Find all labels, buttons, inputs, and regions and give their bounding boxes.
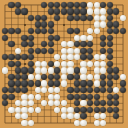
black-stone: [54, 15, 60, 21]
black-stone: [2, 94, 8, 100]
black-stone: [107, 8, 113, 14]
white-stone: [87, 8, 93, 14]
white-stone: [94, 2, 100, 8]
white-stone: [61, 67, 67, 73]
black-stone: [21, 8, 27, 14]
black-stone: [107, 107, 113, 113]
board-intersections: [2, 2, 126, 126]
black-stone: [113, 94, 119, 100]
black-stone: [28, 67, 34, 73]
black-stone: [74, 94, 80, 100]
black-stone: [8, 28, 14, 34]
white-stone: [21, 113, 27, 119]
black-stone: [15, 80, 21, 86]
black-stone: [15, 61, 21, 67]
white-stone: [54, 94, 60, 100]
white-stone: [28, 94, 34, 100]
black-stone: [35, 28, 41, 34]
black-stone: [100, 107, 106, 113]
white-stone: [41, 61, 47, 67]
black-stone: [41, 28, 47, 34]
black-stone: [2, 35, 8, 41]
black-stone: [35, 48, 41, 54]
black-stone: [15, 67, 21, 73]
white-stone: [61, 107, 67, 113]
black-stone: [107, 54, 113, 60]
white-stone: [48, 67, 54, 73]
black-stone: [21, 41, 27, 47]
white-stone: [67, 41, 73, 47]
white-stone: [94, 80, 100, 86]
black-stone: [2, 87, 8, 93]
white-stone: [61, 61, 67, 67]
white-stone: [54, 54, 60, 60]
white-stone: [28, 120, 34, 126]
black-stone: [35, 15, 41, 21]
black-stone: [94, 87, 100, 93]
black-stone: [54, 35, 60, 41]
white-stone: [8, 107, 14, 113]
black-stone: [8, 74, 14, 80]
black-stone: [15, 2, 21, 8]
black-stone: [61, 8, 67, 14]
black-stone: [80, 113, 86, 119]
black-stone: [21, 67, 27, 73]
white-stone: [41, 67, 47, 73]
white-stone: [80, 67, 86, 73]
black-stone: [54, 2, 60, 8]
black-stone: [67, 74, 73, 80]
black-stone: [8, 80, 14, 86]
black-stone: [48, 41, 54, 47]
black-stone: [28, 54, 34, 60]
black-stone: [87, 87, 93, 93]
black-stone: [87, 80, 93, 86]
hoshi-point: [24, 63, 26, 65]
white-stone: [61, 100, 67, 106]
white-stone: [67, 48, 73, 54]
white-stone: [21, 100, 27, 106]
black-stone: [48, 80, 54, 86]
white-stone: [100, 8, 106, 14]
white-stone: [2, 67, 8, 73]
white-stone: [80, 74, 86, 80]
black-stone: [41, 15, 47, 21]
white-stone: [94, 67, 100, 73]
black-stone: [120, 28, 126, 34]
black-stone: [54, 80, 60, 86]
black-stone: [80, 2, 86, 8]
white-stone: [61, 80, 67, 86]
black-stone: [54, 67, 60, 73]
black-stone: [87, 107, 93, 113]
white-stone: [94, 120, 100, 126]
white-stone: [28, 74, 34, 80]
white-stone: [15, 100, 21, 106]
black-stone: [67, 2, 73, 8]
black-stone: [21, 87, 27, 93]
white-stone: [54, 100, 60, 106]
black-stone: [15, 28, 21, 34]
black-stone: [113, 8, 119, 14]
black-stone: [15, 54, 21, 60]
black-stone: [107, 74, 113, 80]
black-stone: [48, 74, 54, 80]
black-stone: [87, 15, 93, 21]
white-stone: [94, 61, 100, 67]
black-stone: [8, 2, 14, 8]
black-stone: [107, 80, 113, 86]
white-stone: [100, 15, 106, 21]
white-stone: [21, 94, 27, 100]
white-stone: [94, 15, 100, 21]
white-stone: [113, 87, 119, 93]
white-stone: [67, 113, 73, 119]
black-stone: [41, 48, 47, 54]
black-stone: [107, 2, 113, 8]
black-stone: [80, 48, 86, 54]
black-stone: [15, 8, 21, 14]
white-stone: [87, 61, 93, 67]
white-stone: [94, 28, 100, 34]
black-stone: [41, 2, 47, 8]
black-stone: [100, 48, 106, 54]
white-stone: [120, 15, 126, 21]
white-stone: [100, 54, 106, 60]
white-stone: [74, 48, 80, 54]
white-stone: [94, 74, 100, 80]
white-stone: [100, 67, 106, 73]
black-stone: [8, 41, 14, 47]
white-stone: [61, 54, 67, 60]
white-stone: [100, 120, 106, 126]
black-stone: [107, 48, 113, 54]
black-stone: [48, 8, 54, 14]
black-stone: [100, 41, 106, 47]
white-stone: [41, 80, 47, 86]
white-stone: [94, 54, 100, 60]
white-stone: [28, 100, 34, 106]
white-stone: [35, 87, 41, 93]
white-stone: [74, 120, 80, 126]
white-stone: [35, 94, 41, 100]
black-stone: [41, 41, 47, 47]
black-stone: [94, 107, 100, 113]
white-stone: [61, 41, 67, 47]
white-stone: [67, 54, 73, 60]
black-stone: [8, 87, 14, 93]
black-stone: [100, 100, 106, 106]
black-stone: [35, 80, 41, 86]
black-stone: [48, 2, 54, 8]
intersection-s1[interactable]: [120, 120, 127, 127]
white-stone: [28, 107, 34, 113]
black-stone: [87, 41, 93, 47]
white-stone: [48, 100, 54, 106]
black-stone: [74, 41, 80, 47]
black-stone: [2, 100, 8, 106]
white-stone: [35, 67, 41, 73]
black-stone: [67, 15, 73, 21]
black-stone: [120, 80, 126, 86]
white-stone: [94, 113, 100, 119]
black-stone: [80, 41, 86, 47]
go-board-screenshot: [0, 0, 128, 128]
black-stone: [100, 35, 106, 41]
black-stone: [107, 15, 113, 21]
black-stone: [100, 87, 106, 93]
black-stone: [28, 35, 34, 41]
black-stone: [113, 28, 119, 34]
black-stone: [74, 67, 80, 73]
white-stone: [61, 48, 67, 54]
white-stone: [35, 74, 41, 80]
black-stone: [113, 113, 119, 119]
black-stone: [113, 107, 119, 113]
black-stone: [100, 2, 106, 8]
black-stone: [67, 87, 73, 93]
white-stone: [74, 35, 80, 41]
white-stone: [94, 21, 100, 27]
black-stone: [80, 80, 86, 86]
white-stone: [54, 87, 60, 93]
white-stone: [61, 74, 67, 80]
black-stone: [28, 80, 34, 86]
white-stone: [67, 107, 73, 113]
black-stone: [67, 8, 73, 14]
white-stone: [100, 61, 106, 67]
black-stone: [74, 28, 80, 34]
black-stone: [107, 35, 113, 41]
black-stone: [74, 2, 80, 8]
black-stone: [113, 67, 119, 73]
white-stone: [48, 94, 54, 100]
black-stone: [48, 35, 54, 41]
black-stone: [2, 54, 8, 60]
black-stone: [15, 87, 21, 93]
white-stone: [94, 8, 100, 14]
black-stone: [67, 94, 73, 100]
black-stone: [74, 8, 80, 14]
white-stone: [100, 113, 106, 119]
black-stone: [87, 94, 93, 100]
black-stone: [61, 2, 67, 8]
black-stone: [74, 80, 80, 86]
black-stone: [80, 8, 86, 14]
black-stone: [48, 61, 54, 67]
black-stone: [80, 15, 86, 21]
black-stone: [21, 35, 27, 41]
black-stone: [48, 28, 54, 34]
black-stone: [107, 94, 113, 100]
black-stone: [107, 100, 113, 106]
white-stone: [80, 35, 86, 41]
go-board: [0, 0, 128, 128]
black-stone: [80, 54, 86, 60]
white-stone: [80, 100, 86, 106]
black-stone: [80, 107, 86, 113]
black-stone: [80, 94, 86, 100]
white-stone: [15, 107, 21, 113]
white-stone: [87, 2, 93, 8]
black-stone: [41, 74, 47, 80]
white-stone: [54, 61, 60, 67]
black-stone: [41, 21, 47, 27]
black-stone: [113, 21, 119, 27]
white-stone: [87, 35, 93, 41]
white-stone: [74, 113, 80, 119]
white-stone: [74, 54, 80, 60]
white-stone: [67, 67, 73, 73]
black-stone: [87, 100, 93, 106]
black-stone: [15, 74, 21, 80]
white-stone: [41, 100, 47, 106]
black-stone: [74, 74, 80, 80]
black-stone: [21, 74, 27, 80]
white-stone: [54, 107, 60, 113]
black-stone: [35, 21, 41, 27]
black-stone: [107, 67, 113, 73]
black-stone: [74, 107, 80, 113]
white-stone: [100, 21, 106, 27]
black-stone: [28, 41, 34, 47]
black-stone: [107, 61, 113, 67]
white-stone: [87, 74, 93, 80]
black-stone: [107, 28, 113, 34]
black-stone: [28, 61, 34, 67]
white-stone: [67, 61, 73, 67]
black-stone: [54, 74, 60, 80]
black-stone: [100, 74, 106, 80]
white-stone: [87, 28, 93, 34]
black-stone: [21, 80, 27, 86]
black-stone: [48, 21, 54, 27]
white-stone: [15, 48, 21, 54]
black-stone: [28, 48, 34, 54]
black-stone: [67, 28, 73, 34]
black-stone: [74, 100, 80, 106]
black-stone: [94, 100, 100, 106]
black-stone: [21, 54, 27, 60]
black-stone: [107, 87, 113, 93]
black-stone: [113, 74, 119, 80]
black-stone: [120, 87, 126, 93]
black-stone: [80, 87, 86, 93]
hoshi-point: [24, 24, 26, 26]
black-stone: [74, 87, 80, 93]
black-stone: [107, 41, 113, 47]
hoshi-point: [63, 24, 65, 26]
black-stone: [2, 28, 8, 34]
black-stone: [94, 94, 100, 100]
white-stone: [41, 87, 47, 93]
black-stone: [8, 61, 14, 67]
black-stone: [107, 21, 113, 27]
white-stone: [61, 113, 67, 119]
white-stone: [21, 120, 27, 126]
black-stone: [100, 80, 106, 86]
black-stone: [113, 100, 119, 106]
white-stone: [80, 61, 86, 67]
black-stone: [28, 28, 34, 34]
white-stone: [21, 107, 27, 113]
black-stone: [54, 8, 60, 14]
black-stone: [87, 48, 93, 54]
black-stone: [74, 15, 80, 21]
white-stone: [15, 113, 21, 119]
black-stone: [48, 48, 54, 54]
white-stone: [48, 87, 54, 93]
white-stone: [35, 61, 41, 67]
white-stone: [80, 120, 86, 126]
white-stone: [120, 74, 126, 80]
black-stone: [8, 54, 14, 60]
black-stone: [87, 54, 93, 60]
black-stone: [8, 94, 14, 100]
black-stone: [28, 15, 34, 21]
white-stone: [35, 107, 41, 113]
